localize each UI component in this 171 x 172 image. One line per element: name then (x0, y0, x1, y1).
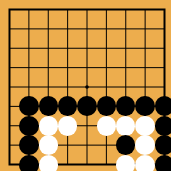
intersection-B5[interactable] (19, 77, 38, 96)
white-stone: ● (135, 135, 154, 155)
white-stone: ● (39, 135, 58, 155)
intersection-E4[interactable]: ● (77, 97, 96, 116)
intersection-B3[interactable]: ● (19, 116, 38, 135)
white-stone: ● (135, 116, 154, 136)
black-stone: ● (116, 96, 135, 116)
intersection-H2[interactable]: ● (135, 135, 154, 154)
intersection-B7[interactable] (19, 39, 38, 58)
intersection-A4[interactable] (0, 97, 19, 116)
black-stone: ● (155, 135, 171, 155)
intersection-E2[interactable] (77, 135, 96, 154)
black-stone: ● (39, 96, 58, 116)
intersection-G2[interactable]: ● (116, 135, 135, 154)
intersection-J4[interactable]: ● (155, 97, 171, 116)
intersection-D7[interactable] (58, 39, 77, 58)
intersection-B4[interactable]: ● (19, 97, 38, 116)
intersection-J6[interactable] (155, 58, 171, 77)
intersection-F7[interactable] (97, 39, 116, 58)
white-stone: ● (39, 116, 58, 136)
intersection-B8[interactable] (19, 19, 38, 38)
intersection-C7[interactable] (39, 39, 58, 58)
intersection-E9[interactable] (77, 0, 96, 19)
intersection-B9[interactable] (19, 0, 38, 19)
stone-layer: ●●●●●●●●●●●●●●●●●●●●●●●●● (0, 0, 171, 171)
intersection-F9[interactable] (97, 0, 116, 19)
intersection-D2[interactable] (58, 135, 77, 154)
intersection-F2[interactable] (97, 135, 116, 154)
intersection-J2[interactable]: ● (155, 135, 171, 154)
intersection-E6[interactable] (77, 58, 96, 77)
intersection-A1[interactable] (0, 155, 19, 171)
intersection-D8[interactable] (58, 19, 77, 38)
black-stone: ● (135, 96, 154, 116)
intersection-C1[interactable]: ● (39, 155, 58, 171)
intersection-B6[interactable] (19, 58, 38, 77)
intersection-A8[interactable] (0, 19, 19, 38)
white-stone: ● (39, 155, 58, 172)
intersection-B1[interactable]: ● (19, 155, 38, 171)
black-stone: ● (58, 96, 77, 116)
intersection-H1[interactable]: ● (135, 155, 154, 171)
intersection-C2[interactable]: ● (39, 135, 58, 154)
intersection-J5[interactable] (155, 77, 171, 96)
intersection-J8[interactable] (155, 19, 171, 38)
intersection-A2[interactable] (0, 135, 19, 154)
black-stone: ● (19, 116, 38, 136)
black-stone: ● (116, 135, 135, 155)
intersection-H6[interactable] (135, 58, 154, 77)
black-stone: ● (97, 96, 116, 116)
intersection-F8[interactable] (97, 19, 116, 38)
intersection-H7[interactable] (135, 39, 154, 58)
white-stone: ● (58, 116, 77, 136)
intersection-C5[interactable] (39, 77, 58, 96)
intersection-C4[interactable]: ● (39, 97, 58, 116)
intersection-E3[interactable] (77, 116, 96, 135)
intersection-D1[interactable] (58, 155, 77, 171)
black-stone: ● (155, 116, 171, 136)
intersection-A9[interactable] (0, 0, 19, 19)
intersection-A3[interactable] (0, 116, 19, 135)
intersection-H8[interactable] (135, 19, 154, 38)
intersection-D4[interactable]: ● (58, 97, 77, 116)
black-stone: ● (19, 155, 38, 172)
intersection-F1[interactable] (97, 155, 116, 171)
intersection-G3[interactable]: ● (116, 116, 135, 135)
go-board: ●●●●●●●●●●●●●●●●●●●●●●●●● (0, 0, 171, 171)
intersection-A6[interactable] (0, 58, 19, 77)
intersection-D5[interactable] (58, 77, 77, 96)
intersection-F5[interactable] (97, 77, 116, 96)
intersection-A5[interactable] (0, 77, 19, 96)
intersection-A7[interactable] (0, 39, 19, 58)
intersection-F6[interactable] (97, 58, 116, 77)
intersection-J3[interactable]: ● (155, 116, 171, 135)
intersection-J7[interactable] (155, 39, 171, 58)
intersection-D6[interactable] (58, 58, 77, 77)
intersection-G1[interactable]: ● (116, 155, 135, 171)
white-stone: ● (116, 116, 135, 136)
intersection-F3[interactable]: ● (97, 116, 116, 135)
intersection-E7[interactable] (77, 39, 96, 58)
intersection-G4[interactable]: ● (116, 97, 135, 116)
intersection-G5[interactable] (116, 77, 135, 96)
intersection-H4[interactable]: ● (135, 97, 154, 116)
intersection-C6[interactable] (39, 58, 58, 77)
intersection-G7[interactable] (116, 39, 135, 58)
intersection-F4[interactable]: ● (97, 97, 116, 116)
intersection-B2[interactable]: ● (19, 135, 38, 154)
intersection-H9[interactable] (135, 0, 154, 19)
intersection-C9[interactable] (39, 0, 58, 19)
black-stone: ● (155, 155, 171, 172)
intersection-J9[interactable] (155, 0, 171, 19)
white-stone: ● (116, 155, 135, 172)
intersection-D3[interactable]: ● (58, 116, 77, 135)
black-stone: ● (155, 96, 171, 116)
black-stone: ● (77, 96, 96, 116)
intersection-H3[interactable]: ● (135, 116, 154, 135)
intersection-E5[interactable] (77, 77, 96, 96)
white-stone: ● (97, 116, 116, 136)
intersection-C8[interactable] (39, 19, 58, 38)
intersection-E8[interactable] (77, 19, 96, 38)
intersection-C3[interactable]: ● (39, 116, 58, 135)
black-stone: ● (19, 135, 38, 155)
intersection-G8[interactable] (116, 19, 135, 38)
intersection-H5[interactable] (135, 77, 154, 96)
intersection-E1[interactable] (77, 155, 96, 171)
intersection-G9[interactable] (116, 0, 135, 19)
intersection-G6[interactable] (116, 58, 135, 77)
intersection-J1[interactable]: ● (155, 155, 171, 171)
white-stone: ● (135, 155, 154, 172)
black-stone: ● (19, 96, 38, 116)
intersection-D9[interactable] (58, 0, 77, 19)
